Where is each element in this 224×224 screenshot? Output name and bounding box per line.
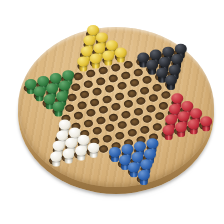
board-hole[interactable]: [134, 174, 150, 186]
black-peg[interactable]: [165, 75, 177, 90]
red-peg[interactable]: [200, 116, 212, 131]
chinese-checkers-board: [18, 27, 214, 187]
black-peg-head: [171, 54, 183, 64]
blue-peg-head: [146, 138, 158, 148]
yellow-peg-head: [115, 48, 127, 58]
board-hole[interactable]: [196, 120, 212, 132]
blue-peg-head: [137, 170, 149, 180]
black-peg-head: [168, 64, 180, 74]
blue-peg[interactable]: [137, 170, 149, 185]
blue-peg-head: [143, 149, 155, 159]
black-peg-head: [174, 43, 186, 53]
star-hole-grid: [8, 11, 224, 203]
blue-peg-head: [140, 159, 152, 169]
red-peg-head: [200, 116, 212, 126]
black-peg-head: [165, 75, 177, 85]
photo-scene: [0, 0, 224, 224]
